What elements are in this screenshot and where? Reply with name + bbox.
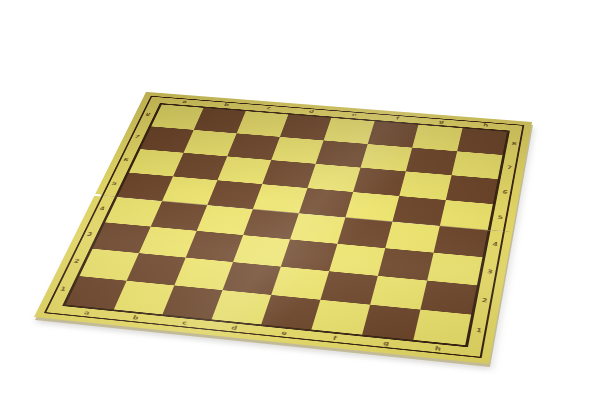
square-f1	[311, 300, 370, 335]
square-e1	[261, 295, 320, 330]
photo-stage: abcdefgh abcdefgh 87654321 87654321	[0, 0, 600, 400]
fold-notch	[92, 194, 101, 197]
square-g1	[362, 305, 420, 340]
chess-board: abcdefgh abcdefgh 87654321 87654321	[34, 92, 532, 364]
square-h1	[413, 310, 471, 346]
